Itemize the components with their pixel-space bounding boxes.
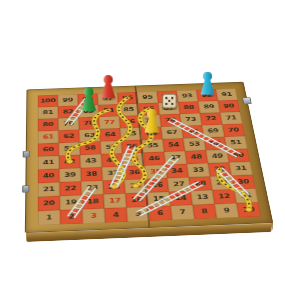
square-82: 82 [58, 106, 79, 119]
square-96: 96 [117, 92, 138, 104]
square-76: 76 [119, 115, 140, 128]
square-61: 61 [38, 130, 59, 143]
square-52: 52 [204, 137, 227, 150]
square-93: 93 [176, 90, 198, 102]
square-92: 92 [196, 89, 218, 101]
square-90: 90 [218, 100, 240, 112]
square-77: 77 [99, 116, 120, 129]
square-86: 86 [138, 103, 159, 116]
play-area: 1009998979695949392918182838485868788899… [38, 89, 261, 226]
board-frame: 1009998979695949392918182838485868788899… [25, 82, 273, 233]
square-72: 72 [200, 112, 222, 125]
square-83: 83 [78, 105, 99, 118]
hinge-icon [23, 151, 30, 158]
square-99: 99 [58, 94, 78, 106]
square-100: 100 [38, 95, 58, 107]
square-94: 94 [157, 91, 178, 103]
square-64: 64 [100, 128, 122, 141]
square-74: 74 [160, 114, 182, 127]
square-62: 62 [58, 130, 79, 143]
snakes-and-ladders-board: 1009998979695949392918182838485868788899… [25, 82, 273, 233]
square-89: 89 [198, 101, 220, 113]
square-78: 78 [79, 117, 100, 130]
square-65: 65 [120, 127, 142, 140]
square-80: 80 [38, 118, 59, 131]
square-84: 84 [98, 104, 119, 117]
square-68: 68 [181, 125, 203, 138]
square-88: 88 [178, 101, 200, 113]
hinge-icon [22, 185, 29, 192]
photo-scene: 1009998979695949392918182838485868788899… [0, 0, 285, 285]
square-97: 97 [97, 93, 118, 105]
square-85: 85 [118, 104, 139, 117]
square-98: 98 [78, 93, 99, 105]
square-95: 95 [137, 91, 158, 103]
square-66: 66 [141, 127, 163, 140]
square-87: 87 [158, 102, 180, 115]
square-69: 69 [202, 124, 225, 137]
square-53: 53 [183, 138, 206, 151]
square-56: 56 [121, 140, 143, 153]
square-79: 79 [58, 118, 79, 131]
square-55: 55 [142, 139, 164, 152]
square-70: 70 [222, 124, 245, 137]
square-81: 81 [38, 106, 58, 119]
square-91: 91 [216, 89, 238, 101]
square-54: 54 [162, 138, 184, 151]
square-75: 75 [139, 115, 161, 128]
square-73: 73 [180, 113, 202, 126]
square-71: 71 [220, 112, 243, 125]
square-51: 51 [224, 136, 247, 149]
square-63: 63 [79, 129, 100, 142]
square-67: 67 [161, 126, 183, 139]
